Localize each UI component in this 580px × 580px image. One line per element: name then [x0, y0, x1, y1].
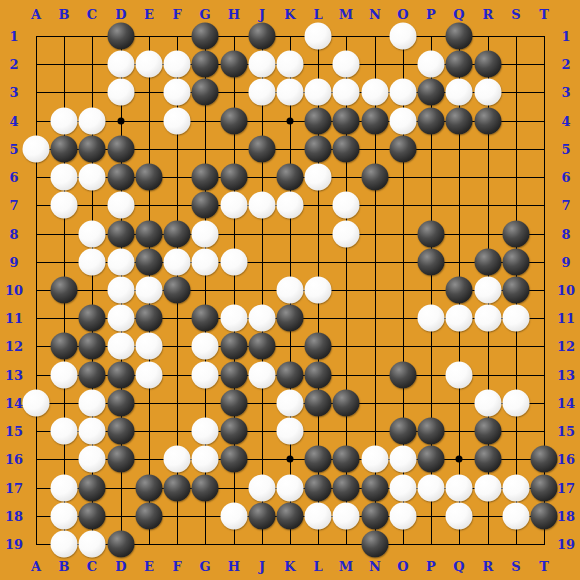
intersection-A2[interactable]	[22, 50, 50, 78]
intersection-E3[interactable]	[135, 78, 163, 106]
intersection-E11[interactable]	[135, 304, 163, 332]
intersection-D17[interactable]	[107, 474, 135, 502]
intersection-C3[interactable]	[78, 78, 106, 106]
intersection-O3[interactable]	[389, 78, 417, 106]
intersection-N16[interactable]	[361, 445, 389, 473]
intersection-C11[interactable]	[78, 304, 106, 332]
intersection-K9[interactable]	[276, 248, 304, 276]
intersection-J14[interactable]	[248, 389, 276, 417]
intersection-Q14[interactable]	[445, 389, 473, 417]
intersection-O17[interactable]	[389, 474, 417, 502]
intersection-N19[interactable]	[361, 530, 389, 558]
intersection-C4[interactable]	[78, 107, 106, 135]
intersection-A5[interactable]	[22, 135, 50, 163]
intersection-D11[interactable]	[107, 304, 135, 332]
intersection-Q16[interactable]	[445, 445, 473, 473]
intersection-D18[interactable]	[107, 502, 135, 530]
intersection-G4[interactable]	[191, 107, 219, 135]
intersection-J1[interactable]	[248, 22, 276, 50]
intersection-Q7[interactable]	[445, 191, 473, 219]
intersection-K10[interactable]	[276, 276, 304, 304]
intersection-G11[interactable]	[191, 304, 219, 332]
intersection-K1[interactable]	[276, 22, 304, 50]
intersection-E1[interactable]	[135, 22, 163, 50]
intersection-S18[interactable]	[502, 502, 530, 530]
intersection-C7[interactable]	[78, 191, 106, 219]
intersection-K15[interactable]	[276, 417, 304, 445]
intersection-S16[interactable]	[502, 445, 530, 473]
intersection-E7[interactable]	[135, 191, 163, 219]
intersection-T7[interactable]	[530, 191, 558, 219]
intersection-H10[interactable]	[220, 276, 248, 304]
intersection-N11[interactable]	[361, 304, 389, 332]
intersection-R3[interactable]	[474, 78, 502, 106]
intersection-T5[interactable]	[530, 135, 558, 163]
intersection-Q11[interactable]	[445, 304, 473, 332]
intersection-K17[interactable]	[276, 474, 304, 502]
intersection-T8[interactable]	[530, 220, 558, 248]
intersection-L15[interactable]	[304, 417, 332, 445]
intersection-T6[interactable]	[530, 163, 558, 191]
intersection-K3[interactable]	[276, 78, 304, 106]
intersection-S17[interactable]	[502, 474, 530, 502]
intersection-L12[interactable]	[304, 332, 332, 360]
intersection-T10[interactable]	[530, 276, 558, 304]
intersection-B18[interactable]	[50, 502, 78, 530]
intersection-C10[interactable]	[78, 276, 106, 304]
intersection-C15[interactable]	[78, 417, 106, 445]
intersection-N5[interactable]	[361, 135, 389, 163]
intersection-F5[interactable]	[163, 135, 191, 163]
intersection-P5[interactable]	[417, 135, 445, 163]
intersection-B10[interactable]	[50, 276, 78, 304]
intersection-K18[interactable]	[276, 502, 304, 530]
intersection-O14[interactable]	[389, 389, 417, 417]
intersection-H3[interactable]	[220, 78, 248, 106]
intersection-P7[interactable]	[417, 191, 445, 219]
intersection-L8[interactable]	[304, 220, 332, 248]
intersection-M5[interactable]	[332, 135, 360, 163]
intersection-H5[interactable]	[220, 135, 248, 163]
intersection-E12[interactable]	[135, 332, 163, 360]
intersection-L13[interactable]	[304, 361, 332, 389]
intersection-R13[interactable]	[474, 361, 502, 389]
intersection-C12[interactable]	[78, 332, 106, 360]
intersection-A9[interactable]	[22, 248, 50, 276]
intersection-C1[interactable]	[78, 22, 106, 50]
intersection-R9[interactable]	[474, 248, 502, 276]
intersection-K13[interactable]	[276, 361, 304, 389]
intersection-M13[interactable]	[332, 361, 360, 389]
intersection-R2[interactable]	[474, 50, 502, 78]
intersection-T2[interactable]	[530, 50, 558, 78]
intersection-A4[interactable]	[22, 107, 50, 135]
intersection-C18[interactable]	[78, 502, 106, 530]
intersection-M15[interactable]	[332, 417, 360, 445]
intersection-F2[interactable]	[163, 50, 191, 78]
intersection-H13[interactable]	[220, 361, 248, 389]
intersection-C9[interactable]	[78, 248, 106, 276]
intersection-T15[interactable]	[530, 417, 558, 445]
intersection-O4[interactable]	[389, 107, 417, 135]
intersection-B3[interactable]	[50, 78, 78, 106]
intersection-R12[interactable]	[474, 332, 502, 360]
intersection-B16[interactable]	[50, 445, 78, 473]
intersection-B5[interactable]	[50, 135, 78, 163]
intersection-P10[interactable]	[417, 276, 445, 304]
intersection-P18[interactable]	[417, 502, 445, 530]
intersection-D1[interactable]	[107, 22, 135, 50]
intersection-H12[interactable]	[220, 332, 248, 360]
intersection-H11[interactable]	[220, 304, 248, 332]
intersection-B11[interactable]	[50, 304, 78, 332]
intersection-K8[interactable]	[276, 220, 304, 248]
intersection-D7[interactable]	[107, 191, 135, 219]
intersection-P4[interactable]	[417, 107, 445, 135]
intersection-A18[interactable]	[22, 502, 50, 530]
intersection-L18[interactable]	[304, 502, 332, 530]
intersection-B15[interactable]	[50, 417, 78, 445]
intersection-A17[interactable]	[22, 474, 50, 502]
intersection-R8[interactable]	[474, 220, 502, 248]
intersection-Q6[interactable]	[445, 163, 473, 191]
intersection-P15[interactable]	[417, 417, 445, 445]
intersection-P19[interactable]	[417, 530, 445, 558]
intersection-D14[interactable]	[107, 389, 135, 417]
intersection-Q12[interactable]	[445, 332, 473, 360]
intersection-J4[interactable]	[248, 107, 276, 135]
intersection-J18[interactable]	[248, 502, 276, 530]
intersection-H17[interactable]	[220, 474, 248, 502]
intersection-O1[interactable]	[389, 22, 417, 50]
intersection-L10[interactable]	[304, 276, 332, 304]
go-board[interactable]: AABBCCDDEEFFGGHHJJKKLLMMNNOOPPQQRRSSTT11…	[0, 0, 580, 580]
intersection-F18[interactable]	[163, 502, 191, 530]
intersection-B17[interactable]	[50, 474, 78, 502]
intersection-G7[interactable]	[191, 191, 219, 219]
intersection-C13[interactable]	[78, 361, 106, 389]
intersection-B9[interactable]	[50, 248, 78, 276]
intersection-L5[interactable]	[304, 135, 332, 163]
intersection-N12[interactable]	[361, 332, 389, 360]
intersection-D16[interactable]	[107, 445, 135, 473]
intersection-F1[interactable]	[163, 22, 191, 50]
intersection-P14[interactable]	[417, 389, 445, 417]
intersection-E19[interactable]	[135, 530, 163, 558]
intersection-K11[interactable]	[276, 304, 304, 332]
intersection-R11[interactable]	[474, 304, 502, 332]
intersection-P17[interactable]	[417, 474, 445, 502]
intersection-H1[interactable]	[220, 22, 248, 50]
intersection-M9[interactable]	[332, 248, 360, 276]
intersection-S11[interactable]	[502, 304, 530, 332]
intersection-M14[interactable]	[332, 389, 360, 417]
intersection-D4[interactable]	[107, 107, 135, 135]
intersection-J15[interactable]	[248, 417, 276, 445]
intersection-P11[interactable]	[417, 304, 445, 332]
intersection-L7[interactable]	[304, 191, 332, 219]
intersection-E5[interactable]	[135, 135, 163, 163]
intersection-G19[interactable]	[191, 530, 219, 558]
intersection-F12[interactable]	[163, 332, 191, 360]
intersection-F19[interactable]	[163, 530, 191, 558]
intersection-H16[interactable]	[220, 445, 248, 473]
intersection-M8[interactable]	[332, 220, 360, 248]
intersection-H18[interactable]	[220, 502, 248, 530]
intersection-Q13[interactable]	[445, 361, 473, 389]
intersection-P9[interactable]	[417, 248, 445, 276]
intersection-D2[interactable]	[107, 50, 135, 78]
intersection-G6[interactable]	[191, 163, 219, 191]
intersection-N10[interactable]	[361, 276, 389, 304]
intersection-S2[interactable]	[502, 50, 530, 78]
intersection-T12[interactable]	[530, 332, 558, 360]
intersection-G1[interactable]	[191, 22, 219, 50]
intersection-J11[interactable]	[248, 304, 276, 332]
intersection-S10[interactable]	[502, 276, 530, 304]
intersection-F17[interactable]	[163, 474, 191, 502]
intersection-M16[interactable]	[332, 445, 360, 473]
intersection-N18[interactable]	[361, 502, 389, 530]
intersection-A13[interactable]	[22, 361, 50, 389]
intersection-K2[interactable]	[276, 50, 304, 78]
intersection-O15[interactable]	[389, 417, 417, 445]
intersection-R14[interactable]	[474, 389, 502, 417]
intersection-E2[interactable]	[135, 50, 163, 78]
intersection-T19[interactable]	[530, 530, 558, 558]
intersection-C6[interactable]	[78, 163, 106, 191]
intersection-L19[interactable]	[304, 530, 332, 558]
intersection-S9[interactable]	[502, 248, 530, 276]
intersection-E17[interactable]	[135, 474, 163, 502]
intersection-J6[interactable]	[248, 163, 276, 191]
intersection-C16[interactable]	[78, 445, 106, 473]
intersection-O2[interactable]	[389, 50, 417, 78]
intersection-B13[interactable]	[50, 361, 78, 389]
intersection-J17[interactable]	[248, 474, 276, 502]
intersection-R10[interactable]	[474, 276, 502, 304]
intersection-D8[interactable]	[107, 220, 135, 248]
intersection-G16[interactable]	[191, 445, 219, 473]
intersection-N1[interactable]	[361, 22, 389, 50]
intersection-C19[interactable]	[78, 530, 106, 558]
intersection-B7[interactable]	[50, 191, 78, 219]
intersection-L14[interactable]	[304, 389, 332, 417]
intersection-Q9[interactable]	[445, 248, 473, 276]
intersection-J10[interactable]	[248, 276, 276, 304]
intersection-O10[interactable]	[389, 276, 417, 304]
intersection-F6[interactable]	[163, 163, 191, 191]
intersection-P13[interactable]	[417, 361, 445, 389]
intersection-J12[interactable]	[248, 332, 276, 360]
intersection-A16[interactable]	[22, 445, 50, 473]
intersection-A6[interactable]	[22, 163, 50, 191]
intersection-A12[interactable]	[22, 332, 50, 360]
intersection-B4[interactable]	[50, 107, 78, 135]
intersection-M17[interactable]	[332, 474, 360, 502]
intersection-Q5[interactable]	[445, 135, 473, 163]
intersection-D5[interactable]	[107, 135, 135, 163]
intersection-F3[interactable]	[163, 78, 191, 106]
intersection-J7[interactable]	[248, 191, 276, 219]
intersection-A19[interactable]	[22, 530, 50, 558]
intersection-P1[interactable]	[417, 22, 445, 50]
intersection-J5[interactable]	[248, 135, 276, 163]
intersection-R5[interactable]	[474, 135, 502, 163]
intersection-A8[interactable]	[22, 220, 50, 248]
intersection-R17[interactable]	[474, 474, 502, 502]
intersection-H8[interactable]	[220, 220, 248, 248]
intersection-M6[interactable]	[332, 163, 360, 191]
intersection-E8[interactable]	[135, 220, 163, 248]
intersection-H4[interactable]	[220, 107, 248, 135]
intersection-H15[interactable]	[220, 417, 248, 445]
intersection-T4[interactable]	[530, 107, 558, 135]
intersection-Q10[interactable]	[445, 276, 473, 304]
intersection-A14[interactable]	[22, 389, 50, 417]
intersection-B2[interactable]	[50, 50, 78, 78]
intersection-F13[interactable]	[163, 361, 191, 389]
intersection-H7[interactable]	[220, 191, 248, 219]
intersection-G17[interactable]	[191, 474, 219, 502]
intersection-L17[interactable]	[304, 474, 332, 502]
intersection-E16[interactable]	[135, 445, 163, 473]
intersection-L4[interactable]	[304, 107, 332, 135]
intersection-L3[interactable]	[304, 78, 332, 106]
intersection-K14[interactable]	[276, 389, 304, 417]
intersection-H2[interactable]	[220, 50, 248, 78]
intersection-F8[interactable]	[163, 220, 191, 248]
intersection-B1[interactable]	[50, 22, 78, 50]
intersection-K19[interactable]	[276, 530, 304, 558]
intersection-M1[interactable]	[332, 22, 360, 50]
intersection-N9[interactable]	[361, 248, 389, 276]
intersection-B19[interactable]	[50, 530, 78, 558]
intersection-T18[interactable]	[530, 502, 558, 530]
intersection-O7[interactable]	[389, 191, 417, 219]
intersection-S19[interactable]	[502, 530, 530, 558]
intersection-G14[interactable]	[191, 389, 219, 417]
intersection-O19[interactable]	[389, 530, 417, 558]
intersection-D12[interactable]	[107, 332, 135, 360]
intersection-R7[interactable]	[474, 191, 502, 219]
intersection-T14[interactable]	[530, 389, 558, 417]
intersection-D13[interactable]	[107, 361, 135, 389]
intersection-G10[interactable]	[191, 276, 219, 304]
intersection-J19[interactable]	[248, 530, 276, 558]
intersection-T3[interactable]	[530, 78, 558, 106]
intersection-O5[interactable]	[389, 135, 417, 163]
intersection-J16[interactable]	[248, 445, 276, 473]
intersection-G5[interactable]	[191, 135, 219, 163]
intersection-J2[interactable]	[248, 50, 276, 78]
intersection-E15[interactable]	[135, 417, 163, 445]
intersection-A10[interactable]	[22, 276, 50, 304]
intersection-G9[interactable]	[191, 248, 219, 276]
intersection-R19[interactable]	[474, 530, 502, 558]
intersection-H19[interactable]	[220, 530, 248, 558]
intersection-P6[interactable]	[417, 163, 445, 191]
intersection-D10[interactable]	[107, 276, 135, 304]
intersection-F15[interactable]	[163, 417, 191, 445]
intersection-S7[interactable]	[502, 191, 530, 219]
intersection-M12[interactable]	[332, 332, 360, 360]
intersection-P2[interactable]	[417, 50, 445, 78]
intersection-O18[interactable]	[389, 502, 417, 530]
intersection-K6[interactable]	[276, 163, 304, 191]
intersection-S15[interactable]	[502, 417, 530, 445]
intersection-E4[interactable]	[135, 107, 163, 135]
intersection-S5[interactable]	[502, 135, 530, 163]
intersection-L11[interactable]	[304, 304, 332, 332]
intersection-R18[interactable]	[474, 502, 502, 530]
intersection-K7[interactable]	[276, 191, 304, 219]
intersection-G12[interactable]	[191, 332, 219, 360]
intersection-P12[interactable]	[417, 332, 445, 360]
intersection-D6[interactable]	[107, 163, 135, 191]
intersection-R16[interactable]	[474, 445, 502, 473]
intersection-O16[interactable]	[389, 445, 417, 473]
intersection-R1[interactable]	[474, 22, 502, 50]
intersection-M7[interactable]	[332, 191, 360, 219]
intersection-N14[interactable]	[361, 389, 389, 417]
intersection-O6[interactable]	[389, 163, 417, 191]
intersection-Q18[interactable]	[445, 502, 473, 530]
intersection-C17[interactable]	[78, 474, 106, 502]
intersection-A1[interactable]	[22, 22, 50, 50]
intersection-N13[interactable]	[361, 361, 389, 389]
intersection-T13[interactable]	[530, 361, 558, 389]
intersection-F10[interactable]	[163, 276, 191, 304]
intersection-K5[interactable]	[276, 135, 304, 163]
intersection-B12[interactable]	[50, 332, 78, 360]
intersection-G3[interactable]	[191, 78, 219, 106]
intersection-Q3[interactable]	[445, 78, 473, 106]
intersection-S12[interactable]	[502, 332, 530, 360]
intersection-D15[interactable]	[107, 417, 135, 445]
intersection-L2[interactable]	[304, 50, 332, 78]
intersection-N6[interactable]	[361, 163, 389, 191]
intersection-P3[interactable]	[417, 78, 445, 106]
intersection-S13[interactable]	[502, 361, 530, 389]
intersection-C5[interactable]	[78, 135, 106, 163]
intersection-M2[interactable]	[332, 50, 360, 78]
intersection-Q19[interactable]	[445, 530, 473, 558]
intersection-M10[interactable]	[332, 276, 360, 304]
intersection-S1[interactable]	[502, 22, 530, 50]
intersection-F9[interactable]	[163, 248, 191, 276]
intersection-L9[interactable]	[304, 248, 332, 276]
intersection-A7[interactable]	[22, 191, 50, 219]
intersection-F14[interactable]	[163, 389, 191, 417]
intersection-F16[interactable]	[163, 445, 191, 473]
intersection-S8[interactable]	[502, 220, 530, 248]
intersection-E9[interactable]	[135, 248, 163, 276]
intersection-G15[interactable]	[191, 417, 219, 445]
intersection-S14[interactable]	[502, 389, 530, 417]
intersection-G8[interactable]	[191, 220, 219, 248]
intersection-A3[interactable]	[22, 78, 50, 106]
intersection-M3[interactable]	[332, 78, 360, 106]
intersection-R6[interactable]	[474, 163, 502, 191]
intersection-C8[interactable]	[78, 220, 106, 248]
intersection-M19[interactable]	[332, 530, 360, 558]
intersection-E6[interactable]	[135, 163, 163, 191]
intersection-H9[interactable]	[220, 248, 248, 276]
intersection-T11[interactable]	[530, 304, 558, 332]
intersection-T17[interactable]	[530, 474, 558, 502]
intersection-O11[interactable]	[389, 304, 417, 332]
